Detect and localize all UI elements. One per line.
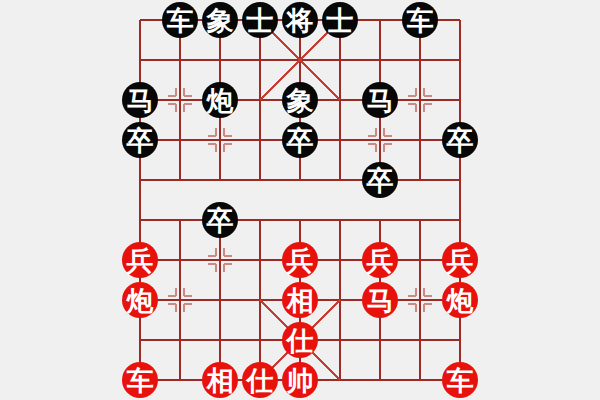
piece-red-horse[interactable]: 马 xyxy=(362,282,398,318)
piece-black-rook[interactable]: 车 xyxy=(162,2,198,38)
piece-black-advisor[interactable]: 士 xyxy=(242,2,278,38)
piece-black-soldier[interactable]: 卒 xyxy=(282,122,318,158)
piece-black-elephant[interactable]: 象 xyxy=(282,82,318,118)
piece-black-advisor[interactable]: 士 xyxy=(322,2,358,38)
piece-black-horse[interactable]: 马 xyxy=(122,82,158,118)
piece-black-soldier[interactable]: 卒 xyxy=(362,162,398,198)
piece-red-advisor[interactable]: 仕 xyxy=(282,322,318,358)
piece-red-rook[interactable]: 车 xyxy=(122,362,158,398)
piece-red-soldier[interactable]: 兵 xyxy=(122,242,158,278)
piece-red-elephant[interactable]: 相 xyxy=(282,282,318,318)
piece-red-elephant[interactable]: 相 xyxy=(202,362,238,398)
piece-black-soldier[interactable]: 卒 xyxy=(122,122,158,158)
piece-black-king[interactable]: 将 xyxy=(282,2,318,38)
piece-black-cannon[interactable]: 炮 xyxy=(202,82,238,118)
piece-black-soldier[interactable]: 卒 xyxy=(442,122,478,158)
piece-red-rook[interactable]: 车 xyxy=(442,362,478,398)
piece-red-soldier[interactable]: 兵 xyxy=(282,242,318,278)
piece-red-soldier[interactable]: 兵 xyxy=(362,242,398,278)
piece-black-rook[interactable]: 车 xyxy=(402,2,438,38)
piece-red-cannon[interactable]: 炮 xyxy=(122,282,158,318)
piece-red-advisor[interactable]: 仕 xyxy=(242,362,278,398)
piece-red-king[interactable]: 帅 xyxy=(282,362,318,398)
piece-red-cannon[interactable]: 炮 xyxy=(442,282,478,318)
pieces-layer: 车象士将士车马炮象马卒卒卒卒卒兵兵兵兵炮相马炮仕车相仕帅车 xyxy=(0,0,600,400)
piece-black-horse[interactable]: 马 xyxy=(362,82,398,118)
xiangqi-board[interactable]: 车象士将士车马炮象马卒卒卒卒卒兵兵兵兵炮相马炮仕车相仕帅车 xyxy=(0,0,600,400)
piece-red-soldier[interactable]: 兵 xyxy=(442,242,478,278)
piece-black-soldier[interactable]: 卒 xyxy=(202,202,238,238)
piece-black-elephant[interactable]: 象 xyxy=(202,2,238,38)
